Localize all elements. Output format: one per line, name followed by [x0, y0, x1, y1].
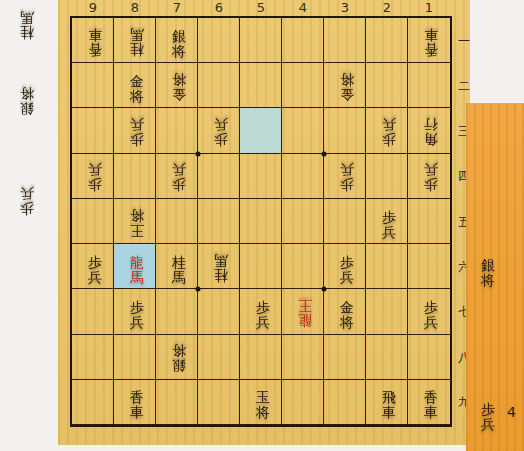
piece-kanji: 歩 — [382, 133, 396, 147]
piece-kanji: 歩 — [382, 210, 396, 224]
square-9-2[interactable] — [72, 63, 114, 108]
square-2-4[interactable] — [366, 154, 408, 199]
square-3-1[interactable] — [324, 18, 366, 63]
piece-kanji: 将 — [172, 73, 186, 87]
piece-kanji: 歩 — [130, 133, 144, 147]
file-label-7: 7 — [173, 1, 181, 15]
piece-kanji: 銀 — [481, 258, 495, 272]
hoshi-dot — [322, 287, 327, 292]
piece-kanji: 馬 — [130, 28, 144, 42]
piece-kanji: 兵 — [340, 270, 354, 284]
square-9-8[interactable] — [72, 335, 114, 380]
file-label-8: 8 — [131, 1, 139, 15]
square-4-2[interactable] — [282, 63, 324, 108]
square-3-5[interactable] — [324, 199, 366, 244]
square-1-5[interactable] — [408, 199, 450, 244]
square-7-5[interactable] — [156, 199, 198, 244]
piece-kanji: 玉 — [256, 390, 270, 404]
square-4-1[interactable] — [282, 18, 324, 63]
square-7-3[interactable] — [156, 108, 198, 153]
piece-kanji: 歩 — [424, 300, 438, 314]
piece-kanji: 桂 — [20, 26, 34, 40]
square-8-8[interactable] — [114, 335, 156, 380]
square-5-6[interactable] — [240, 244, 282, 289]
piece-kanji: 馬 — [20, 11, 34, 25]
piece-kanji: 銀 — [172, 29, 186, 43]
piece-kanji: 金 — [130, 74, 144, 88]
square-4-3[interactable] — [282, 108, 324, 153]
file-label-1: 1 — [425, 1, 433, 15]
piece-kanji: 歩 — [172, 178, 186, 192]
square-8-4[interactable] — [114, 154, 156, 199]
piece-kanji: 兵 — [130, 315, 144, 329]
piece-kanji: 歩 — [481, 402, 495, 416]
piece-kanji: 兵 — [20, 187, 34, 201]
piece-kanji: 桂 — [172, 255, 186, 269]
square-4-9[interactable] — [282, 380, 324, 425]
gote-hand-tray: 桂馬銀将歩兵 — [2, 0, 56, 451]
square-4-6[interactable] — [282, 244, 324, 289]
piece-kanji: 車 — [88, 28, 102, 42]
square-6-1[interactable] — [198, 18, 240, 63]
piece-kanji: 角 — [424, 133, 438, 147]
piece-kanji: 将 — [20, 87, 34, 101]
square-2-7[interactable] — [366, 289, 408, 334]
piece-kanji: 兵 — [88, 163, 102, 177]
square-4-4[interactable] — [282, 154, 324, 199]
piece-kanji: 将 — [130, 89, 144, 103]
square-6-9[interactable] — [198, 380, 240, 425]
square-1-8[interactable] — [408, 335, 450, 380]
hoshi-dot — [196, 151, 201, 156]
square-6-7[interactable] — [198, 289, 240, 334]
piece-kanji: 車 — [130, 405, 144, 419]
piece-kanji: 兵 — [340, 163, 354, 177]
piece-kanji: 兵 — [382, 225, 396, 239]
square-5-5[interactable] — [240, 199, 282, 244]
piece-kanji: 兵 — [382, 118, 396, 132]
piece-kanji: 将 — [172, 344, 186, 358]
piece-kanji: 車 — [382, 405, 396, 419]
piece-kanji: 将 — [481, 273, 495, 287]
piece-kanji: 銀 — [20, 102, 34, 116]
piece-kanji: 金 — [340, 88, 354, 102]
piece-kanji: 馬 — [172, 270, 186, 284]
square-9-9[interactable] — [72, 380, 114, 425]
piece-kanji: 兵 — [130, 118, 144, 132]
square-6-4[interactable] — [198, 154, 240, 199]
piece-kanji: 兵 — [424, 163, 438, 177]
piece-kanji: 馬 — [214, 254, 228, 268]
piece-kanji: 兵 — [481, 417, 495, 431]
square-1-2[interactable] — [408, 63, 450, 108]
piece-kanji: 兵 — [256, 315, 270, 329]
hand-sente-pawn-count: 4 — [507, 404, 516, 420]
file-label-4: 4 — [299, 1, 307, 15]
piece-kanji: 兵 — [424, 315, 438, 329]
piece-kanji: 金 — [340, 300, 354, 314]
piece-kanji: 将 — [340, 315, 354, 329]
square-5-1[interactable] — [240, 18, 282, 63]
piece-kanji: 兵 — [214, 118, 228, 132]
square-9-3[interactable] — [72, 108, 114, 153]
piece-kanji: 香 — [130, 390, 144, 404]
square-3-3[interactable] — [324, 108, 366, 153]
piece-kanji: 兵 — [172, 163, 186, 177]
piece-kanji: 香 — [88, 43, 102, 57]
piece-kanji: 歩 — [130, 300, 144, 314]
piece-kanji: 桂 — [214, 269, 228, 283]
shogi-board[interactable]: 香車桂馬銀将香車金将金将金将歩兵歩兵歩兵角行歩兵歩兵歩兵歩兵王将歩兵歩兵龍馬桂馬… — [70, 16, 452, 427]
piece-kanji: 龍 — [130, 255, 144, 269]
piece-kanji: 香 — [424, 43, 438, 57]
square-3-8[interactable] — [324, 335, 366, 380]
piece-kanji: 将 — [256, 405, 270, 419]
square-3-9[interactable] — [324, 380, 366, 425]
piece-kanji: 銀 — [172, 359, 186, 373]
piece-kanji: 将 — [130, 209, 144, 223]
square-7-9[interactable] — [156, 380, 198, 425]
square-5-2[interactable] — [240, 63, 282, 108]
hoshi-dot — [196, 287, 201, 292]
piece-kanji: 金 — [172, 88, 186, 102]
square-6-2[interactable] — [198, 63, 240, 108]
piece-kanji: 車 — [424, 405, 438, 419]
piece-kanji: 歩 — [88, 255, 102, 269]
rank-label-2: 二 — [456, 77, 472, 94]
square-1-6[interactable] — [408, 244, 450, 289]
hand-gote-1[interactable]: 桂馬 — [10, 6, 44, 46]
piece-kanji: 将 — [340, 73, 354, 87]
file-label-5: 5 — [257, 1, 265, 15]
file-label-2: 2 — [383, 1, 391, 15]
square-5-8[interactable] — [240, 335, 282, 380]
square-9-7[interactable] — [72, 289, 114, 334]
piece-kanji: 歩 — [88, 178, 102, 192]
piece-kanji: 王 — [130, 224, 144, 238]
square-4-8[interactable] — [282, 335, 324, 380]
square-2-6[interactable] — [366, 244, 408, 289]
piece-kanji: 王 — [298, 299, 312, 313]
piece-kanji: 車 — [424, 28, 438, 42]
piece-kanji: 歩 — [424, 178, 438, 192]
square-5-3[interactable] — [240, 108, 282, 153]
hand-gote-3[interactable]: 歩兵 — [10, 182, 44, 222]
square-6-8[interactable] — [198, 335, 240, 380]
piece-kanji: 歩 — [256, 300, 270, 314]
hand-gote-2[interactable]: 銀将 — [10, 82, 44, 122]
square-2-2[interactable] — [366, 63, 408, 108]
piece-kanji: 将 — [172, 44, 186, 58]
file-label-9: 9 — [89, 1, 97, 15]
square-4-5[interactable] — [282, 199, 324, 244]
piece-kanji: 飛 — [382, 390, 396, 404]
piece-kanji: 龍 — [298, 314, 312, 328]
piece-kanji: 桂 — [130, 43, 144, 57]
piece-kanji: 歩 — [340, 178, 354, 192]
square-2-8[interactable] — [366, 335, 408, 380]
piece-kanji: 兵 — [88, 270, 102, 284]
square-2-1[interactable] — [366, 18, 408, 63]
piece-kanji: 歩 — [20, 202, 34, 216]
piece-kanji: 香 — [424, 390, 438, 404]
hoshi-dot — [322, 151, 327, 156]
square-5-4[interactable] — [240, 154, 282, 199]
file-label-6: 6 — [215, 1, 223, 15]
square-7-7[interactable] — [156, 289, 198, 334]
square-6-5[interactable] — [198, 199, 240, 244]
piece-kanji: 歩 — [340, 255, 354, 269]
square-9-5[interactable] — [72, 199, 114, 244]
piece-kanji: 歩 — [214, 133, 228, 147]
file-label-3: 3 — [341, 1, 349, 15]
shogi-board-frame: 香車桂馬銀将香車金将金将金将歩兵歩兵歩兵角行歩兵歩兵歩兵歩兵王将歩兵歩兵龍馬桂馬… — [58, 0, 470, 445]
piece-kanji: 馬 — [130, 270, 144, 284]
piece-kanji: 行 — [424, 118, 438, 132]
rank-label-1: 一 — [456, 32, 472, 49]
